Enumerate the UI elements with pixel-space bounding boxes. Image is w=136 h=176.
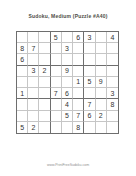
page-title: Sudoku, Medium (Puzzle #A40)	[0, 13, 136, 19]
sudoku-cell: 1	[17, 88, 28, 99]
sudoku-cell	[73, 66, 84, 77]
sudoku-cell	[28, 77, 39, 88]
sudoku-cell	[17, 77, 28, 88]
sudoku-cell: 8	[17, 43, 28, 54]
sudoku-cell: 1	[73, 77, 84, 88]
sudoku-cell	[107, 111, 118, 122]
sudoku-cell	[39, 99, 50, 110]
sudoku-cell: 3	[62, 43, 73, 54]
footer-url: www.PrintFreeSudoku.com	[0, 163, 136, 167]
sudoku-cell: 5	[62, 111, 73, 122]
sudoku-cell	[62, 54, 73, 65]
sudoku-cell: 9	[62, 66, 73, 77]
sudoku-cell	[28, 32, 39, 43]
sudoku-cell	[28, 111, 39, 122]
sudoku-cell	[17, 111, 28, 122]
sudoku-cell: 2	[96, 111, 107, 122]
sudoku-cell	[107, 122, 118, 133]
sudoku-cell	[84, 122, 95, 133]
sudoku-cell	[39, 111, 50, 122]
sudoku-cell	[96, 66, 107, 77]
sudoku-cell	[96, 122, 107, 133]
sudoku-cell	[62, 32, 73, 43]
sudoku-cell	[107, 66, 118, 77]
sudoku-cell	[107, 43, 118, 54]
sudoku-cell	[73, 88, 84, 99]
sudoku-cell	[51, 54, 62, 65]
sudoku-cell	[17, 66, 28, 77]
sudoku-cell: 4	[107, 32, 118, 43]
sudoku-cell	[107, 77, 118, 88]
sudoku-cell: 8	[107, 99, 118, 110]
sudoku-cell	[73, 54, 84, 65]
sudoku-cell	[51, 111, 62, 122]
sudoku-cell	[17, 99, 28, 110]
sudoku-cell	[84, 43, 95, 54]
sudoku-cell	[73, 43, 84, 54]
sudoku-cell: 6	[17, 54, 28, 65]
sudoku-cell	[39, 122, 50, 133]
sudoku-cell: 9	[96, 77, 107, 88]
sudoku-cell: 7	[28, 43, 39, 54]
sudoku-cell	[51, 77, 62, 88]
sudoku-cell: 2	[39, 66, 50, 77]
sudoku-cell	[84, 88, 95, 99]
sudoku-cell	[28, 99, 39, 110]
sudoku-cell: 3	[28, 66, 39, 77]
sudoku-cell	[39, 43, 50, 54]
sudoku-cell: 5	[51, 32, 62, 43]
sudoku-cell: 3	[84, 32, 95, 43]
sudoku-cell	[73, 99, 84, 110]
sudoku-cell	[62, 77, 73, 88]
sudoku-cell: 4	[62, 99, 73, 110]
sudoku-cell: 6	[73, 32, 84, 43]
sudoku-cell	[17, 32, 28, 43]
sudoku-cell: 3	[107, 88, 118, 99]
sudoku-cell: 2	[28, 122, 39, 133]
sudoku-board: 5634873632915917634785762528	[16, 31, 119, 134]
sudoku-cell	[96, 88, 107, 99]
sudoku-cell: 6	[62, 88, 73, 99]
sudoku-cell	[96, 99, 107, 110]
sudoku-cell	[39, 32, 50, 43]
sudoku-cell	[39, 77, 50, 88]
sudoku-cell: 7	[84, 99, 95, 110]
sudoku-cell	[107, 54, 118, 65]
sudoku-cell	[96, 43, 107, 54]
sudoku-cell	[39, 54, 50, 65]
sudoku-cell: 8	[73, 122, 84, 133]
sudoku-cell	[28, 54, 39, 65]
sudoku-cell	[96, 54, 107, 65]
sudoku-cell	[84, 54, 95, 65]
sudoku-cell	[51, 43, 62, 54]
sudoku-cell: 7	[51, 88, 62, 99]
sudoku-cell	[96, 32, 107, 43]
sudoku-cell: 6	[84, 111, 95, 122]
sudoku-cell	[51, 122, 62, 133]
sudoku-cell: 7	[73, 111, 84, 122]
sudoku-cell	[28, 88, 39, 99]
sudoku-cell	[84, 66, 95, 77]
sudoku-cell: 5	[17, 122, 28, 133]
sudoku-cell	[39, 88, 50, 99]
sudoku-cell	[51, 66, 62, 77]
sudoku-cell: 5	[84, 77, 95, 88]
sudoku-cell	[62, 122, 73, 133]
sudoku-cell	[51, 99, 62, 110]
